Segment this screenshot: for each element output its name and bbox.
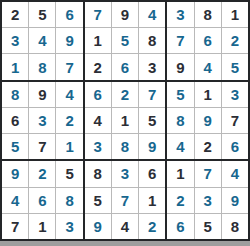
cell-r5c3[interactable]: 2 (56, 108, 82, 133)
cell-r7c1[interactable]: 9 (2, 161, 28, 186)
cell-r9c7[interactable]: 6 (167, 214, 193, 239)
cell-r6c8[interactable]: 2 (195, 134, 221, 159)
cell-r9c2[interactable]: 1 (29, 214, 55, 239)
sudoku-board: 2563491877941582633817629458946325716274… (0, 0, 250, 241)
cell-r8c2[interactable]: 6 (29, 188, 55, 213)
cell-r1c4[interactable]: 7 (85, 2, 111, 27)
board-bottom-shadow (0, 241, 250, 246)
cell-r7c3[interactable]: 5 (56, 161, 82, 186)
cell-r2c4[interactable]: 1 (85, 28, 111, 53)
cell-r4c7[interactable]: 5 (167, 82, 193, 107)
cell-r5c6[interactable]: 5 (139, 108, 165, 133)
cell-r7c9[interactable]: 4 (222, 161, 248, 186)
cell-r7c6[interactable]: 6 (139, 161, 165, 186)
cell-r7c2[interactable]: 2 (29, 161, 55, 186)
cell-r5c5[interactable]: 1 (112, 108, 138, 133)
cell-r8c4[interactable]: 5 (85, 188, 111, 213)
cell-r9c3[interactable]: 3 (56, 214, 82, 239)
sudoku-app: 2563491877941582633817629458946325716274… (0, 0, 250, 246)
cell-r2c7[interactable]: 7 (167, 28, 193, 53)
cell-r3c9[interactable]: 5 (222, 54, 248, 79)
cell-r5c2[interactable]: 3 (29, 108, 55, 133)
cell-r1c2[interactable]: 5 (29, 2, 55, 27)
cell-r4c9[interactable]: 3 (222, 82, 248, 107)
box-r1c2: 794158263 (85, 2, 166, 80)
cell-r4c2[interactable]: 9 (29, 82, 55, 107)
cell-r8c9[interactable]: 9 (222, 188, 248, 213)
box-r3c2: 836571942 (85, 161, 166, 239)
cell-r1c1[interactable]: 2 (2, 2, 28, 27)
cell-r4c8[interactable]: 1 (195, 82, 221, 107)
box-r1c1: 256349187 (2, 2, 83, 80)
cell-r5c9[interactable]: 7 (222, 108, 248, 133)
cell-r7c8[interactable]: 7 (195, 161, 221, 186)
cell-r5c4[interactable]: 4 (85, 108, 111, 133)
cell-r8c3[interactable]: 8 (56, 188, 82, 213)
cell-r1c7[interactable]: 3 (167, 2, 193, 27)
cell-r1c8[interactable]: 8 (195, 2, 221, 27)
cell-r5c8[interactable]: 9 (195, 108, 221, 133)
cell-r6c3[interactable]: 1 (56, 134, 82, 159)
box-r2c3: 513897426 (167, 82, 248, 160)
cell-r3c4[interactable]: 2 (85, 54, 111, 79)
cell-r1c9[interactable]: 1 (222, 2, 248, 27)
cell-r9c9[interactable]: 8 (222, 214, 248, 239)
cell-r9c8[interactable]: 5 (195, 214, 221, 239)
cell-r4c5[interactable]: 2 (112, 82, 138, 107)
cell-r8c1[interactable]: 4 (2, 188, 28, 213)
cell-r3c3[interactable]: 7 (56, 54, 82, 79)
cell-r7c7[interactable]: 1 (167, 161, 193, 186)
cell-r1c5[interactable]: 9 (112, 2, 138, 27)
cell-r5c7[interactable]: 8 (167, 108, 193, 133)
cell-r6c7[interactable]: 4 (167, 134, 193, 159)
cell-r2c8[interactable]: 6 (195, 28, 221, 53)
cell-r2c9[interactable]: 2 (222, 28, 248, 53)
cell-r8c5[interactable]: 7 (112, 188, 138, 213)
box-r3c3: 174239658 (167, 161, 248, 239)
cell-r3c7[interactable]: 9 (167, 54, 193, 79)
cell-r6c5[interactable]: 8 (112, 134, 138, 159)
cell-r7c4[interactable]: 8 (85, 161, 111, 186)
cell-r2c6[interactable]: 8 (139, 28, 165, 53)
cell-r6c1[interactable]: 5 (2, 134, 28, 159)
cell-r7c5[interactable]: 3 (112, 161, 138, 186)
box-r2c1: 894632571 (2, 82, 83, 160)
cell-r6c9[interactable]: 6 (222, 134, 248, 159)
cell-r4c6[interactable]: 7 (139, 82, 165, 107)
cell-r2c1[interactable]: 3 (2, 28, 28, 53)
cell-r2c3[interactable]: 9 (56, 28, 82, 53)
cell-r3c1[interactable]: 1 (2, 54, 28, 79)
cell-r9c4[interactable]: 9 (85, 214, 111, 239)
cell-r1c6[interactable]: 4 (139, 2, 165, 27)
box-r1c3: 381762945 (167, 2, 248, 80)
cell-r6c4[interactable]: 3 (85, 134, 111, 159)
cell-r1c3[interactable]: 6 (56, 2, 82, 27)
cell-r2c2[interactable]: 4 (29, 28, 55, 53)
cell-r9c1[interactable]: 7 (2, 214, 28, 239)
cell-r4c1[interactable]: 8 (2, 82, 28, 107)
cell-r8c6[interactable]: 1 (139, 188, 165, 213)
box-r2c2: 627415389 (85, 82, 166, 160)
cell-r3c5[interactable]: 6 (112, 54, 138, 79)
cell-r9c6[interactable]: 2 (139, 214, 165, 239)
cell-r2c5[interactable]: 5 (112, 28, 138, 53)
cell-r6c2[interactable]: 7 (29, 134, 55, 159)
cell-r3c8[interactable]: 4 (195, 54, 221, 79)
cell-r8c7[interactable]: 2 (167, 188, 193, 213)
cell-r3c6[interactable]: 3 (139, 54, 165, 79)
cell-r5c1[interactable]: 6 (2, 108, 28, 133)
cell-r3c2[interactable]: 8 (29, 54, 55, 79)
cell-r6c6[interactable]: 9 (139, 134, 165, 159)
cell-r8c8[interactable]: 3 (195, 188, 221, 213)
cell-r9c5[interactable]: 4 (112, 214, 138, 239)
cell-r4c3[interactable]: 4 (56, 82, 82, 107)
cell-r4c4[interactable]: 6 (85, 82, 111, 107)
box-r3c1: 925468713 (2, 161, 83, 239)
